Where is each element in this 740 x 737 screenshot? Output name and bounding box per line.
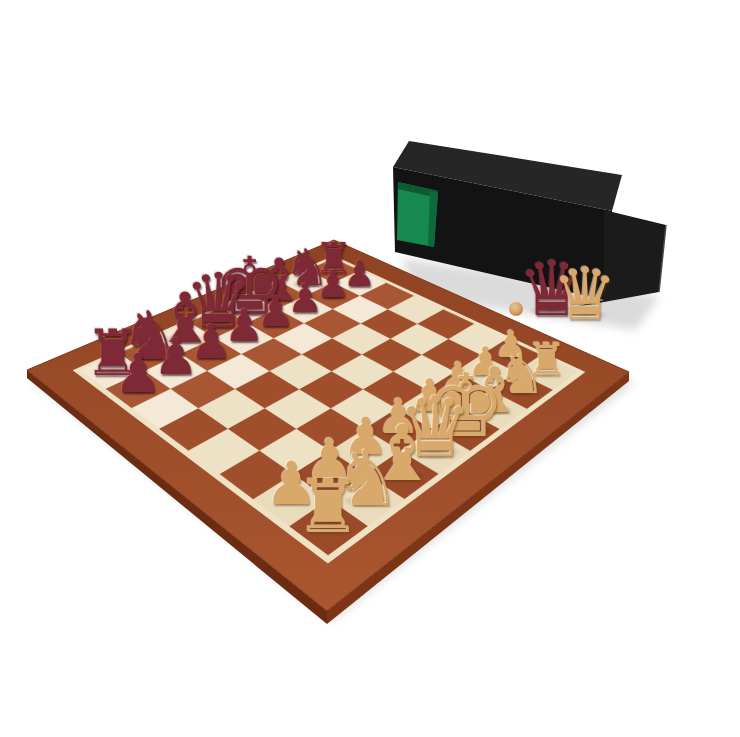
pawn-head-behind-board xyxy=(509,302,523,316)
scene-graphics xyxy=(0,0,740,737)
pieces-behind-board xyxy=(509,302,523,316)
product-photo-scene: ♜♞♝♛♚♝♞♜♟♟♟♟♟♟♟♟♟♟♟♟♟♟♟♟♜♞♝♛♚♝♞♜♛♛ xyxy=(0,0,740,737)
